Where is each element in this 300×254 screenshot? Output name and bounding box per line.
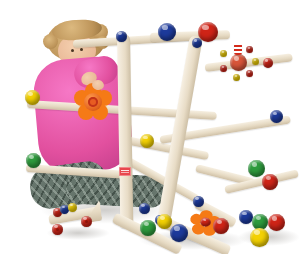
flower-ball-wheel-in-hand <box>74 83 112 121</box>
rail-ball-yellow-mid <box>140 134 154 148</box>
photo-toddler-wooden-ball-run <box>0 0 300 254</box>
rail-ball-yellow-left <box>25 90 40 105</box>
sun-wheel-hub <box>230 54 247 71</box>
sun-wheel-knob-yellow <box>252 58 259 65</box>
rail-ball-green-right <box>248 160 265 177</box>
trolley-ball-yellow <box>68 203 77 212</box>
trolley-wheel-left <box>52 224 63 235</box>
rail-ball-blue-right <box>270 110 283 123</box>
floor-ball-green <box>140 220 156 236</box>
rail-ball-green-left <box>26 153 41 168</box>
floor-ball-blue <box>239 210 253 224</box>
floor-balls-shadow <box>238 228 300 246</box>
sun-wheel-knob-red <box>246 70 253 77</box>
child-eye-right <box>80 48 83 51</box>
floor-ball-yellow <box>157 214 172 229</box>
trolley-wheel-right <box>81 216 92 227</box>
floor-ball-red <box>268 214 285 231</box>
brand-label <box>119 167 131 176</box>
rail-ball-red-top-tip <box>263 58 273 68</box>
floor-ball-red <box>213 218 229 234</box>
sun-wheel-knob-yellow <box>220 50 227 57</box>
flower-center-ring <box>88 97 98 107</box>
rail-ball-red-right-tip <box>262 174 278 190</box>
frame-front-post <box>117 34 133 228</box>
sun-wheel-knob-yellow <box>233 74 240 81</box>
finial-ball-blue <box>158 23 176 41</box>
sun-wheel-knob-red <box>246 46 253 53</box>
knob-front-post-low <box>139 203 150 214</box>
knob-front-post-top <box>116 31 127 42</box>
knob-back-post-top <box>192 38 202 48</box>
child-eye-left <box>71 49 74 52</box>
floor-ball-navy <box>170 224 188 242</box>
sun-wheel-knob-red <box>220 65 227 72</box>
knob-back-post-mid <box>193 196 204 207</box>
sun-wheel-striped-knob <box>234 43 242 55</box>
floor-ball-yellow <box>250 228 269 247</box>
